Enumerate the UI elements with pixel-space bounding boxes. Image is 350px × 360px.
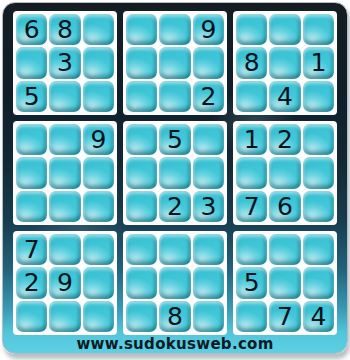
box-3: 814 xyxy=(233,11,337,115)
cell-r7c1[interactable]: 7 xyxy=(16,234,47,265)
cell-r7c7[interactable] xyxy=(236,234,267,265)
cell-r6c5[interactable]: 2 xyxy=(159,191,190,222)
cell-r3c8[interactable]: 4 xyxy=(269,81,300,112)
cell-r4c7[interactable]: 1 xyxy=(236,124,267,155)
cell-r8c3[interactable] xyxy=(83,267,114,298)
cell-r9c4[interactable] xyxy=(126,301,157,332)
cell-r4c1[interactable] xyxy=(16,124,47,155)
cell-r6c2[interactable] xyxy=(49,191,80,222)
cell-r3c4[interactable] xyxy=(126,81,157,112)
cell-r5c5[interactable] xyxy=(159,157,190,188)
box-4: 9 xyxy=(13,121,117,225)
board-footer: www.sudokusweb.com xyxy=(13,335,337,353)
cell-r1c2[interactable]: 8 xyxy=(49,14,80,45)
cell-r5c8[interactable] xyxy=(269,157,300,188)
cell-r6c4[interactable] xyxy=(126,191,157,222)
cell-r1c4[interactable] xyxy=(126,14,157,45)
cell-r6c7[interactable]: 7 xyxy=(236,191,267,222)
cell-r8c2[interactable]: 9 xyxy=(49,267,80,298)
box-8: 8 xyxy=(123,231,227,335)
cell-r9c9[interactable]: 4 xyxy=(303,301,334,332)
cell-r2c1[interactable] xyxy=(16,47,47,78)
cell-r5c9[interactable] xyxy=(303,157,334,188)
cell-r3c7[interactable] xyxy=(236,81,267,112)
cell-r5c1[interactable] xyxy=(16,157,47,188)
box-2: 92 xyxy=(123,11,227,115)
cell-r4c9[interactable] xyxy=(303,124,334,155)
cell-r6c9[interactable] xyxy=(303,191,334,222)
box-7: 729 xyxy=(13,231,117,335)
cell-r7c2[interactable] xyxy=(49,234,80,265)
cell-r7c8[interactable] xyxy=(269,234,300,265)
box-5: 523 xyxy=(123,121,227,225)
sudoku-board: 683592814952312767298574 www.sudokusweb.… xyxy=(2,2,348,354)
cell-r4c5[interactable]: 5 xyxy=(159,124,190,155)
cell-r7c5[interactable] xyxy=(159,234,190,265)
cell-r3c3[interactable] xyxy=(83,81,114,112)
cell-r9c7[interactable] xyxy=(236,301,267,332)
cell-r2c9[interactable]: 1 xyxy=(303,47,334,78)
cell-r8c8[interactable] xyxy=(269,267,300,298)
cell-r3c2[interactable] xyxy=(49,81,80,112)
cell-r1c1[interactable]: 6 xyxy=(16,14,47,45)
box-9: 574 xyxy=(233,231,337,335)
cell-r9c1[interactable] xyxy=(16,301,47,332)
cell-r8c1[interactable]: 2 xyxy=(16,267,47,298)
cell-r2c7[interactable]: 8 xyxy=(236,47,267,78)
box-6: 1276 xyxy=(233,121,337,225)
cell-r4c8[interactable]: 2 xyxy=(269,124,300,155)
cell-r2c8[interactable] xyxy=(269,47,300,78)
cell-r7c3[interactable] xyxy=(83,234,114,265)
cell-r2c3[interactable] xyxy=(83,47,114,78)
cell-r3c5[interactable] xyxy=(159,81,190,112)
cell-r5c7[interactable] xyxy=(236,157,267,188)
cell-r5c3[interactable] xyxy=(83,157,114,188)
cell-r7c9[interactable] xyxy=(303,234,334,265)
cell-r6c8[interactable]: 6 xyxy=(269,191,300,222)
cell-r8c9[interactable] xyxy=(303,267,334,298)
cell-r6c3[interactable] xyxy=(83,191,114,222)
cell-r7c4[interactable] xyxy=(126,234,157,265)
cell-r4c3[interactable]: 9 xyxy=(83,124,114,155)
cell-r1c8[interactable] xyxy=(269,14,300,45)
cell-r1c9[interactable] xyxy=(303,14,334,45)
box-1: 6835 xyxy=(13,11,117,115)
cell-r4c6[interactable] xyxy=(193,124,224,155)
cell-r1c7[interactable] xyxy=(236,14,267,45)
cell-r2c4[interactable] xyxy=(126,47,157,78)
cell-r9c8[interactable]: 7 xyxy=(269,301,300,332)
cell-r8c5[interactable] xyxy=(159,267,190,298)
sudoku-grid: 683592814952312767298574 xyxy=(13,11,337,335)
cell-r3c1[interactable]: 5 xyxy=(16,81,47,112)
cell-r6c6[interactable]: 3 xyxy=(193,191,224,222)
cell-r9c3[interactable] xyxy=(83,301,114,332)
cell-r4c2[interactable] xyxy=(49,124,80,155)
cell-r2c5[interactable] xyxy=(159,47,190,78)
cell-r1c3[interactable] xyxy=(83,14,114,45)
cell-r5c4[interactable] xyxy=(126,157,157,188)
cell-r9c2[interactable] xyxy=(49,301,80,332)
cell-r5c6[interactable] xyxy=(193,157,224,188)
sudokusweb-link[interactable]: www.sudokusweb.com xyxy=(76,335,273,353)
page-background: 683592814952312767298574 www.sudokusweb.… xyxy=(0,0,350,360)
cell-r9c6[interactable] xyxy=(193,301,224,332)
cell-r9c5[interactable]: 8 xyxy=(159,301,190,332)
cell-r4c4[interactable] xyxy=(126,124,157,155)
cell-r3c9[interactable] xyxy=(303,81,334,112)
cell-r3c6[interactable]: 2 xyxy=(193,81,224,112)
cell-r1c6[interactable]: 9 xyxy=(193,14,224,45)
cell-r6c1[interactable] xyxy=(16,191,47,222)
cell-r2c6[interactable] xyxy=(193,47,224,78)
cell-r7c6[interactable] xyxy=(193,234,224,265)
cell-r8c7[interactable]: 5 xyxy=(236,267,267,298)
cell-r5c2[interactable] xyxy=(49,157,80,188)
cell-r8c6[interactable] xyxy=(193,267,224,298)
cell-r8c4[interactable] xyxy=(126,267,157,298)
cell-r1c5[interactable] xyxy=(159,14,190,45)
cell-r2c2[interactable]: 3 xyxy=(49,47,80,78)
